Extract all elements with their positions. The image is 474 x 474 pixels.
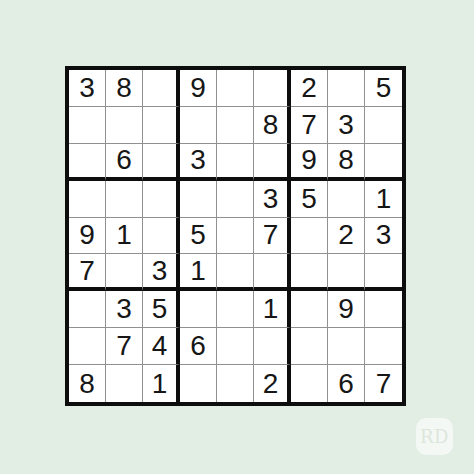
sudoku-cell[interactable] xyxy=(217,144,254,181)
sudoku-cell[interactable] xyxy=(180,365,217,402)
sudoku-cell[interactable] xyxy=(328,70,365,107)
sudoku-cell[interactable] xyxy=(69,181,106,218)
sudoku-cell[interactable]: 5 xyxy=(143,291,180,328)
page-background: { "game": "sudoku", "position": "38.9..2… xyxy=(0,0,474,474)
sudoku-cell[interactable] xyxy=(254,144,291,181)
sudoku-cell[interactable] xyxy=(69,291,106,328)
sudoku-board: 389258736398351915723731351974681267 xyxy=(65,66,406,406)
sudoku-cell[interactable]: 4 xyxy=(143,328,180,365)
sudoku-cell[interactable] xyxy=(217,291,254,328)
sudoku-cell[interactable] xyxy=(106,181,143,218)
sudoku-cell[interactable] xyxy=(254,70,291,107)
sudoku-cell[interactable] xyxy=(291,365,328,402)
sudoku-cell[interactable]: 1 xyxy=(143,365,180,402)
sudoku-cell[interactable] xyxy=(143,181,180,218)
sudoku-cell[interactable] xyxy=(365,254,402,291)
sudoku-cell[interactable]: 8 xyxy=(69,365,106,402)
sudoku-cell[interactable]: 3 xyxy=(180,144,217,181)
sudoku-cell[interactable]: 9 xyxy=(69,218,106,255)
sudoku-cell[interactable]: 6 xyxy=(180,328,217,365)
sudoku-cell[interactable]: 3 xyxy=(106,291,143,328)
sudoku-cell[interactable]: 9 xyxy=(328,291,365,328)
sudoku-cell[interactable]: 1 xyxy=(106,218,143,255)
sudoku-cell[interactable]: 5 xyxy=(365,70,402,107)
sudoku-cell[interactable] xyxy=(69,328,106,365)
sudoku-cell[interactable] xyxy=(291,254,328,291)
sudoku-cell[interactable] xyxy=(180,181,217,218)
sudoku-cell[interactable]: 9 xyxy=(291,144,328,181)
sudoku-cell[interactable]: 6 xyxy=(328,365,365,402)
sudoku-cell[interactable]: 3 xyxy=(365,218,402,255)
sudoku-cell[interactable]: 5 xyxy=(291,181,328,218)
sudoku-cell[interactable]: 6 xyxy=(106,144,143,181)
sudoku-cell[interactable]: 7 xyxy=(69,254,106,291)
rd-logo-text: RD xyxy=(420,426,449,447)
rd-logo-badge: RD xyxy=(416,418,453,455)
sudoku-cell[interactable] xyxy=(217,218,254,255)
sudoku-cell[interactable]: 2 xyxy=(291,70,328,107)
sudoku-cell[interactable]: 1 xyxy=(365,181,402,218)
sudoku-cell[interactable]: 3 xyxy=(69,70,106,107)
sudoku-cell[interactable] xyxy=(217,328,254,365)
sudoku-cell[interactable] xyxy=(217,70,254,107)
sudoku-cell[interactable] xyxy=(328,254,365,291)
sudoku-cell[interactable]: 3 xyxy=(254,181,291,218)
sudoku-cell[interactable]: 3 xyxy=(143,254,180,291)
sudoku-cell[interactable] xyxy=(143,107,180,144)
sudoku-cell[interactable] xyxy=(217,365,254,402)
sudoku-cell[interactable] xyxy=(328,181,365,218)
sudoku-cell[interactable]: 8 xyxy=(106,70,143,107)
sudoku-cell[interactable]: 7 xyxy=(291,107,328,144)
sudoku-cell[interactable] xyxy=(143,144,180,181)
sudoku-cell[interactable]: 9 xyxy=(180,70,217,107)
sudoku-cell[interactable] xyxy=(328,328,365,365)
sudoku-cell[interactable] xyxy=(143,218,180,255)
sudoku-cell[interactable] xyxy=(69,107,106,144)
sudoku-cell[interactable] xyxy=(291,291,328,328)
sudoku-cell[interactable] xyxy=(106,107,143,144)
sudoku-cell[interactable] xyxy=(365,328,402,365)
sudoku-cell[interactable] xyxy=(106,365,143,402)
sudoku-cell[interactable]: 7 xyxy=(365,365,402,402)
sudoku-cell[interactable] xyxy=(69,144,106,181)
sudoku-cell[interactable] xyxy=(365,144,402,181)
sudoku-cell[interactable] xyxy=(217,107,254,144)
sudoku-cell[interactable]: 8 xyxy=(328,144,365,181)
sudoku-cell[interactable] xyxy=(254,254,291,291)
sudoku-cell[interactable]: 7 xyxy=(106,328,143,365)
sudoku-cell[interactable] xyxy=(217,254,254,291)
sudoku-cell[interactable]: 2 xyxy=(254,365,291,402)
sudoku-cell[interactable] xyxy=(365,291,402,328)
sudoku-cell[interactable]: 5 xyxy=(180,218,217,255)
sudoku-cell[interactable]: 1 xyxy=(180,254,217,291)
sudoku-cell[interactable] xyxy=(180,291,217,328)
sudoku-cell[interactable]: 7 xyxy=(254,218,291,255)
sudoku-cell[interactable] xyxy=(143,70,180,107)
sudoku-cell[interactable] xyxy=(365,107,402,144)
sudoku-cell[interactable] xyxy=(180,107,217,144)
sudoku-cell[interactable] xyxy=(106,254,143,291)
sudoku-cell[interactable] xyxy=(217,181,254,218)
sudoku-cell[interactable]: 8 xyxy=(254,107,291,144)
sudoku-cell[interactable] xyxy=(291,218,328,255)
sudoku-cell[interactable]: 3 xyxy=(328,107,365,144)
sudoku-cell[interactable]: 1 xyxy=(254,291,291,328)
sudoku-cell[interactable]: 2 xyxy=(328,218,365,255)
sudoku-cell[interactable] xyxy=(254,328,291,365)
sudoku-cell[interactable] xyxy=(291,328,328,365)
